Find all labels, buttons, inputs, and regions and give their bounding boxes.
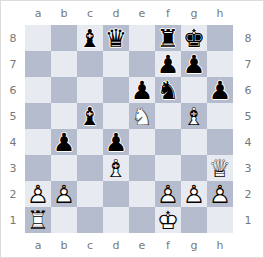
black-bishop[interactable]: ♝ xyxy=(77,103,103,129)
square-f4[interactable] xyxy=(155,129,181,155)
rank-label-left-3: 3 xyxy=(1,155,25,181)
file-label-bottom-c: c xyxy=(77,233,103,257)
file-label-bottom-d: d xyxy=(103,233,129,257)
square-c5[interactable]: ♝ xyxy=(77,103,103,129)
black-pawn[interactable]: ♟ xyxy=(155,51,181,77)
square-h5[interactable] xyxy=(207,103,233,129)
square-f3[interactable] xyxy=(155,155,181,181)
square-g2[interactable]: ♟♙ xyxy=(181,181,207,207)
rank-label-left-8: 8 xyxy=(1,25,25,51)
square-h7[interactable] xyxy=(207,51,233,77)
square-b5[interactable] xyxy=(51,103,77,129)
white-bishop-outline: ♗ xyxy=(103,155,129,181)
white-king-outline: ♔ xyxy=(155,207,181,233)
white-pawn-outline: ♙ xyxy=(207,181,233,207)
square-d6[interactable] xyxy=(103,77,129,103)
square-e6[interactable]: ♟ xyxy=(129,77,155,103)
file-label-top-c: c xyxy=(77,1,103,25)
file-label-top-f: f xyxy=(155,1,181,25)
square-h3[interactable]: ♛♕ xyxy=(207,155,233,181)
file-label-bottom-a: a xyxy=(25,233,51,257)
file-label-top-b: b xyxy=(51,1,77,25)
black-pawn[interactable]: ♟ xyxy=(103,129,129,155)
square-b2[interactable]: ♟♙ xyxy=(51,181,77,207)
rank-label-left-5: 5 xyxy=(1,103,25,129)
white-rook[interactable]: ♜♖ xyxy=(25,207,51,233)
rank-label-right-5: 5 xyxy=(233,103,263,129)
rank-label-left-2: 2 xyxy=(1,181,25,207)
black-rook[interactable]: ♜ xyxy=(155,25,181,51)
square-a8[interactable] xyxy=(25,25,51,51)
square-b3[interactable] xyxy=(51,155,77,181)
file-label-top-d: d xyxy=(103,1,129,25)
square-h1[interactable] xyxy=(207,207,233,233)
file-label-bottom-e: e xyxy=(129,233,155,257)
square-f6[interactable]: ♞ xyxy=(155,77,181,103)
white-pawn[interactable]: ♟♙ xyxy=(181,181,207,207)
square-c6[interactable] xyxy=(77,77,103,103)
file-label-top-e: e xyxy=(129,1,155,25)
rank-label-right-4: 4 xyxy=(233,129,263,155)
black-pawn[interactable]: ♟ xyxy=(51,129,77,155)
white-bishop[interactable]: ♝♗ xyxy=(103,155,129,181)
square-g6[interactable] xyxy=(181,77,207,103)
white-bishop[interactable]: ♝♗ xyxy=(181,103,207,129)
square-c3[interactable] xyxy=(77,155,103,181)
square-g8[interactable]: ♚ xyxy=(181,25,207,51)
rank-label-left-7: 7 xyxy=(1,51,25,77)
white-pawn-outline: ♙ xyxy=(181,181,207,207)
black-pawn[interactable]: ♟ xyxy=(129,77,155,103)
file-label-bottom-h: h xyxy=(207,233,233,257)
square-a3[interactable] xyxy=(25,155,51,181)
rank-label-right-1: 1 xyxy=(233,207,263,233)
square-c2[interactable] xyxy=(77,181,103,207)
square-c8[interactable]: ♝ xyxy=(77,25,103,51)
square-e3[interactable] xyxy=(129,155,155,181)
square-d8[interactable]: ♛ xyxy=(103,25,129,51)
white-pawn-outline: ♙ xyxy=(51,181,77,207)
square-g4[interactable] xyxy=(181,129,207,155)
square-b8[interactable] xyxy=(51,25,77,51)
rank-label-right-7: 7 xyxy=(233,51,263,77)
square-b7[interactable] xyxy=(51,51,77,77)
square-e8[interactable] xyxy=(129,25,155,51)
square-a6[interactable] xyxy=(25,77,51,103)
square-a5[interactable] xyxy=(25,103,51,129)
square-h4[interactable] xyxy=(207,129,233,155)
square-f8[interactable]: ♜ xyxy=(155,25,181,51)
square-g7[interactable]: ♟ xyxy=(181,51,207,77)
square-b1[interactable] xyxy=(51,207,77,233)
white-queen[interactable]: ♛♕ xyxy=(207,155,233,181)
white-king[interactable]: ♚♔ xyxy=(155,207,181,233)
square-c1[interactable] xyxy=(77,207,103,233)
square-e5[interactable]: ♞♘ xyxy=(129,103,155,129)
white-knight-outline: ♘ xyxy=(129,103,155,129)
square-f1[interactable]: ♚♔ xyxy=(155,207,181,233)
square-d7[interactable] xyxy=(103,51,129,77)
white-bishop-outline: ♗ xyxy=(181,103,207,129)
file-label-top-h: h xyxy=(207,1,233,25)
white-queen-outline: ♕ xyxy=(207,155,233,181)
square-d4[interactable]: ♟ xyxy=(103,129,129,155)
chess-board-page: aabbccddeeffgghh8877665544332211♝♛♜♚♟♟♟♞… xyxy=(0,0,264,258)
square-f2[interactable]: ♟♙ xyxy=(155,181,181,207)
square-a1[interactable]: ♜♖ xyxy=(25,207,51,233)
square-a2[interactable]: ♟♙ xyxy=(25,181,51,207)
square-e1[interactable] xyxy=(129,207,155,233)
square-e7[interactable] xyxy=(129,51,155,77)
chess-board: aabbccddeeffgghh8877665544332211♝♛♜♚♟♟♟♞… xyxy=(1,1,263,257)
file-label-bottom-b: b xyxy=(51,233,77,257)
file-label-top-a: a xyxy=(25,1,51,25)
square-g1[interactable] xyxy=(181,207,207,233)
square-g5[interactable]: ♝♗ xyxy=(181,103,207,129)
white-pawn-outline: ♙ xyxy=(25,181,51,207)
square-d1[interactable] xyxy=(103,207,129,233)
black-king[interactable]: ♚ xyxy=(181,25,207,51)
white-pawn[interactable]: ♟♙ xyxy=(155,181,181,207)
file-label-bottom-g: g xyxy=(181,233,207,257)
black-pawn[interactable]: ♟ xyxy=(181,51,207,77)
rank-label-right-6: 6 xyxy=(233,77,263,103)
square-e4[interactable] xyxy=(129,129,155,155)
rank-label-right-3: 3 xyxy=(233,155,263,181)
square-f5[interactable] xyxy=(155,103,181,129)
square-h2[interactable]: ♟♙ xyxy=(207,181,233,207)
square-a4[interactable] xyxy=(25,129,51,155)
square-c4[interactable] xyxy=(77,129,103,155)
black-bishop[interactable]: ♝ xyxy=(77,25,103,51)
square-d3[interactable]: ♝♗ xyxy=(103,155,129,181)
black-queen[interactable]: ♛ xyxy=(103,25,129,51)
square-b4[interactable]: ♟ xyxy=(51,129,77,155)
rank-label-right-8: 8 xyxy=(233,25,263,51)
rank-label-left-6: 6 xyxy=(1,77,25,103)
white-pawn[interactable]: ♟♙ xyxy=(51,181,77,207)
square-h6[interactable]: ♟ xyxy=(207,77,233,103)
square-c7[interactable] xyxy=(77,51,103,77)
square-g3[interactable] xyxy=(181,155,207,181)
square-b6[interactable] xyxy=(51,77,77,103)
white-rook-outline: ♖ xyxy=(25,207,51,233)
square-d5[interactable] xyxy=(103,103,129,129)
square-a7[interactable] xyxy=(25,51,51,77)
white-pawn[interactable]: ♟♙ xyxy=(207,181,233,207)
rank-label-left-1: 1 xyxy=(1,207,25,233)
white-knight[interactable]: ♞♘ xyxy=(129,103,155,129)
rank-label-right-2: 2 xyxy=(233,181,263,207)
square-h8[interactable] xyxy=(207,25,233,51)
black-pawn[interactable]: ♟ xyxy=(207,77,233,103)
file-label-top-g: g xyxy=(181,1,207,25)
white-pawn[interactable]: ♟♙ xyxy=(25,181,51,207)
square-f7[interactable]: ♟ xyxy=(155,51,181,77)
square-e2[interactable] xyxy=(129,181,155,207)
black-knight[interactable]: ♞ xyxy=(155,77,181,103)
white-pawn-outline: ♙ xyxy=(155,181,181,207)
rank-label-left-4: 4 xyxy=(1,129,25,155)
file-label-bottom-f: f xyxy=(155,233,181,257)
square-d2[interactable] xyxy=(103,181,129,207)
